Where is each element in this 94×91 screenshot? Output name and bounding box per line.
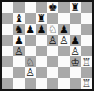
piece-white-pawn: ♙ [14, 46, 23, 56]
square-h8[interactable] [81, 2, 92, 13]
square-b6[interactable]: ♞ [13, 24, 24, 35]
square-b4[interactable]: ♙ [13, 46, 24, 57]
piece-white-pawn: ♙ [70, 46, 79, 56]
piece-white-knight: ♘ [25, 56, 34, 66]
square-c1[interactable] [25, 78, 36, 89]
piece-black-pawn: ♟ [59, 24, 68, 34]
square-d3[interactable] [36, 56, 47, 67]
square-h3[interactable]: ♖ [81, 56, 92, 67]
square-a4[interactable] [2, 46, 13, 57]
square-c2[interactable]: ♙ [25, 67, 36, 78]
square-a5[interactable] [2, 35, 13, 46]
square-h1[interactable]: ♖ [81, 78, 92, 89]
piece-black-king: ♚ [48, 2, 57, 12]
square-g4[interactable]: ♙ [70, 46, 81, 57]
piece-black-pawn: ♟ [37, 24, 46, 34]
square-d5[interactable] [36, 35, 47, 46]
square-a8[interactable] [2, 2, 13, 13]
square-g7[interactable] [70, 13, 81, 24]
square-f2[interactable] [58, 67, 69, 78]
square-f7[interactable] [58, 13, 69, 24]
square-e1[interactable] [47, 78, 58, 89]
piece-black-rook: ♜ [70, 2, 79, 12]
square-f8[interactable] [58, 2, 69, 13]
piece-white-knight: ♘ [48, 24, 57, 34]
square-f1[interactable] [58, 78, 69, 89]
square-f5[interactable]: ♙ [58, 35, 69, 46]
piece-white-rook: ♖ [82, 56, 91, 66]
square-h4[interactable] [81, 46, 92, 57]
piece-white-pawn: ♙ [25, 67, 34, 77]
square-e5[interactable]: ♙ [47, 35, 58, 46]
square-b1[interactable] [13, 78, 24, 89]
square-f6[interactable]: ♟ [58, 24, 69, 35]
square-c5[interactable] [25, 35, 36, 46]
square-c3[interactable]: ♘ [25, 56, 36, 67]
square-e2[interactable] [47, 67, 58, 78]
piece-black-rook: ♜ [37, 13, 46, 23]
square-e8[interactable]: ♚ [47, 2, 58, 13]
square-b5[interactable]: ♟ [13, 35, 24, 46]
square-b3[interactable] [13, 56, 24, 67]
square-h6[interactable] [81, 24, 92, 35]
square-b2[interactable] [13, 67, 24, 78]
piece-black-pawn: ♟ [25, 24, 34, 34]
square-g1[interactable] [70, 78, 81, 89]
square-c7[interactable] [25, 13, 36, 24]
piece-black-knight: ♞ [14, 24, 23, 34]
square-g6[interactable] [70, 24, 81, 35]
square-a2[interactable] [2, 67, 13, 78]
square-f4[interactable] [58, 46, 69, 57]
square-a3[interactable] [2, 56, 13, 67]
piece-white-king: ♔ [70, 56, 79, 66]
piece-white-rook: ♖ [82, 78, 91, 88]
chess-board-frame: ♚♜♝♜♞♟♟♘♟♟♙♙♟♙♙♘♔♖♙♖ [0, 0, 94, 91]
square-c4[interactable] [25, 46, 36, 57]
square-d4[interactable] [36, 46, 47, 57]
square-g5[interactable]: ♟ [70, 35, 81, 46]
square-f3[interactable] [58, 56, 69, 67]
square-g8[interactable]: ♜ [70, 2, 81, 13]
square-d8[interactable] [36, 2, 47, 13]
square-e7[interactable] [47, 13, 58, 24]
square-g3[interactable]: ♔ [70, 56, 81, 67]
square-a7[interactable] [2, 13, 13, 24]
square-g2[interactable] [70, 67, 81, 78]
square-b8[interactable] [13, 2, 24, 13]
square-d7[interactable]: ♜ [36, 13, 47, 24]
square-a1[interactable] [2, 78, 13, 89]
square-h5[interactable] [81, 35, 92, 46]
square-h2[interactable] [81, 67, 92, 78]
square-h7[interactable] [81, 13, 92, 24]
piece-white-pawn: ♙ [59, 35, 68, 45]
square-d6[interactable]: ♟ [36, 24, 47, 35]
square-d1[interactable] [36, 78, 47, 89]
square-b7[interactable]: ♝ [13, 13, 24, 24]
chess-board: ♚♜♝♜♞♟♟♘♟♟♙♙♟♙♙♘♔♖♙♖ [2, 2, 92, 89]
square-d2[interactable] [36, 67, 47, 78]
piece-white-pawn: ♙ [48, 35, 57, 45]
square-e3[interactable] [47, 56, 58, 67]
piece-black-bishop: ♝ [14, 13, 23, 23]
piece-black-pawn: ♟ [70, 35, 79, 45]
piece-black-pawn: ♟ [14, 35, 23, 45]
square-a6[interactable] [2, 24, 13, 35]
square-c8[interactable] [25, 2, 36, 13]
square-e6[interactable]: ♘ [47, 24, 58, 35]
square-c6[interactable]: ♟ [25, 24, 36, 35]
square-e4[interactable] [47, 46, 58, 57]
